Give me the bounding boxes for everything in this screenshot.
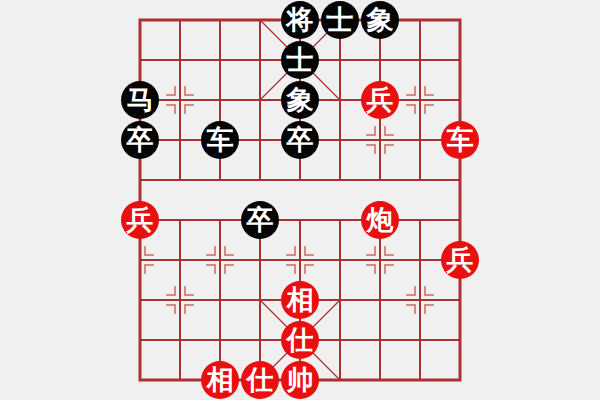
pieces-layer: 将士象士马象兵卒车卒车兵卒炮兵相仕相仕帅 [0,0,600,400]
piece-red-soldier[interactable]: 兵 [361,81,399,119]
piece-red-advisor[interactable]: 仕 [241,361,279,399]
piece-red-soldier[interactable]: 兵 [121,201,159,239]
piece-red-elephant[interactable]: 相 [281,281,319,319]
piece-black-general[interactable]: 将 [281,1,319,39]
piece-black-elephant[interactable]: 象 [361,1,399,39]
piece-black-soldier[interactable]: 卒 [241,201,279,239]
piece-black-chariot[interactable]: 车 [201,121,239,159]
piece-black-soldier[interactable]: 卒 [121,121,159,159]
piece-black-advisor[interactable]: 士 [321,1,359,39]
piece-red-general[interactable]: 帅 [281,361,319,399]
piece-black-soldier[interactable]: 卒 [281,121,319,159]
piece-red-soldier[interactable]: 兵 [441,241,479,279]
xiangqi-board-screen: 将士象士马象兵卒车卒车兵卒炮兵相仕相仕帅 [0,0,600,400]
piece-red-chariot[interactable]: 车 [441,121,479,159]
piece-black-advisor[interactable]: 士 [281,41,319,79]
piece-red-cannon[interactable]: 炮 [361,201,399,239]
piece-black-elephant[interactable]: 象 [281,81,319,119]
piece-black-horse[interactable]: 马 [121,81,159,119]
piece-red-elephant[interactable]: 相 [201,361,239,399]
piece-red-advisor[interactable]: 仕 [281,321,319,359]
